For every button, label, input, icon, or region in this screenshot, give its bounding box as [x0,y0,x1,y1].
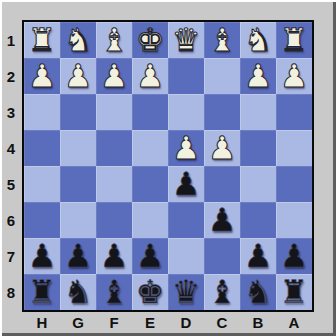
square-a3[interactable] [276,94,312,130]
square-e2[interactable]: ♟ [132,58,168,94]
square-c7[interactable] [204,238,240,274]
piece-black-queen[interactable]: ♛ [172,274,201,310]
square-a5[interactable] [276,166,312,202]
square-d3[interactable] [168,94,204,130]
square-h5[interactable] [24,166,60,202]
piece-black-rook[interactable]: ♜ [280,274,309,310]
square-a8[interactable]: ♜ [276,274,312,310]
square-h1[interactable]: ♜ [24,22,60,58]
file-label-a: A [276,311,312,333]
square-b5[interactable] [240,166,276,202]
piece-white-rook[interactable]: ♜ [28,22,57,58]
square-h2[interactable]: ♟ [24,58,60,94]
square-e4[interactable] [132,130,168,166]
piece-white-pawn[interactable]: ♟ [64,58,93,94]
square-a6[interactable] [276,202,312,238]
square-g7[interactable]: ♟ [60,238,96,274]
square-c3[interactable] [204,94,240,130]
square-g2[interactable]: ♟ [60,58,96,94]
square-b8[interactable]: ♞ [240,274,276,310]
file-label-e: E [132,311,168,333]
rank-label-6: 6 [0,202,22,238]
square-c4[interactable]: ♟ [204,130,240,166]
piece-black-pawn[interactable]: ♟ [280,238,309,274]
piece-white-bishop[interactable]: ♝ [100,22,129,58]
square-d1[interactable]: ♛ [168,22,204,58]
piece-black-bishop[interactable]: ♝ [208,274,237,310]
piece-white-knight[interactable]: ♞ [244,22,273,58]
rank-label-3: 3 [0,94,22,130]
square-g5[interactable] [60,166,96,202]
piece-black-rook[interactable]: ♜ [28,274,57,310]
piece-white-pawn[interactable]: ♟ [244,58,273,94]
piece-white-pawn[interactable]: ♟ [28,58,57,94]
square-c8[interactable]: ♝ [204,274,240,310]
square-g4[interactable] [60,130,96,166]
rank-label-1: 1 [0,22,22,58]
piece-black-pawn[interactable]: ♟ [64,238,93,274]
square-d6[interactable] [168,202,204,238]
square-h6[interactable] [24,202,60,238]
piece-white-pawn[interactable]: ♟ [280,58,309,94]
piece-black-pawn[interactable]: ♟ [172,166,201,202]
square-e6[interactable] [132,202,168,238]
square-a2[interactable]: ♟ [276,58,312,94]
chess-board[interactable]: ♜♞♝♚♛♝♞♜♟♟♟♟♟♟♟♟♟♟♟♟♟♟♟♟♜♞♝♚♛♝♞♜ [22,20,314,312]
file-label-b: B [240,311,276,333]
piece-white-pawn[interactable]: ♟ [136,58,165,94]
square-d7[interactable] [168,238,204,274]
square-g6[interactable] [60,202,96,238]
square-g3[interactable] [60,94,96,130]
square-f2[interactable]: ♟ [96,58,132,94]
square-h4[interactable] [24,130,60,166]
square-b6[interactable] [240,202,276,238]
square-c2[interactable] [204,58,240,94]
piece-black-knight[interactable]: ♞ [64,274,93,310]
file-label-f: F [96,311,132,333]
file-labels: HGFEDCBA [24,311,312,333]
square-f3[interactable] [96,94,132,130]
piece-white-pawn[interactable]: ♟ [172,130,201,166]
square-h8[interactable]: ♜ [24,274,60,310]
piece-black-bishop[interactable]: ♝ [100,274,129,310]
square-b2[interactable]: ♟ [240,58,276,94]
file-label-d: D [168,311,204,333]
file-label-g: G [60,311,96,333]
square-b7[interactable]: ♟ [240,238,276,274]
piece-white-rook[interactable]: ♜ [280,22,309,58]
square-f7[interactable]: ♟ [96,238,132,274]
file-label-c: C [204,311,240,333]
square-e8[interactable]: ♚ [132,274,168,310]
square-c6[interactable]: ♟ [204,202,240,238]
piece-white-bishop[interactable]: ♝ [208,22,237,58]
piece-black-pawn[interactable]: ♟ [136,238,165,274]
piece-black-knight[interactable]: ♞ [244,274,273,310]
square-c5[interactable] [204,166,240,202]
square-e1[interactable]: ♚ [132,22,168,58]
rank-labels: 12345678 [0,22,22,310]
piece-white-queen[interactable]: ♛ [172,22,201,58]
square-g8[interactable]: ♞ [60,274,96,310]
square-e3[interactable] [132,94,168,130]
piece-white-knight[interactable]: ♞ [64,22,93,58]
square-f8[interactable]: ♝ [96,274,132,310]
piece-white-king[interactable]: ♚ [136,22,165,58]
piece-black-pawn[interactable]: ♟ [244,238,273,274]
square-f5[interactable] [96,166,132,202]
rank-label-8: 8 [0,274,22,310]
square-f4[interactable] [96,130,132,166]
square-a1[interactable]: ♜ [276,22,312,58]
square-h3[interactable] [24,94,60,130]
square-e7[interactable]: ♟ [132,238,168,274]
piece-black-pawn[interactable]: ♟ [100,238,129,274]
square-b1[interactable]: ♞ [240,22,276,58]
square-c1[interactable]: ♝ [204,22,240,58]
rank-label-4: 4 [0,130,22,166]
piece-black-king[interactable]: ♚ [136,274,165,310]
square-d2[interactable] [168,58,204,94]
rank-label-7: 7 [0,238,22,274]
square-f1[interactable]: ♝ [96,22,132,58]
square-d8[interactable]: ♛ [168,274,204,310]
piece-white-pawn[interactable]: ♟ [100,58,129,94]
square-e5[interactable] [132,166,168,202]
square-d5[interactable]: ♟ [168,166,204,202]
piece-white-pawn[interactable]: ♟ [208,130,237,166]
square-h7[interactable]: ♟ [24,238,60,274]
square-g1[interactable]: ♞ [60,22,96,58]
square-d4[interactable]: ♟ [168,130,204,166]
square-b4[interactable] [240,130,276,166]
rank-label-5: 5 [0,166,22,202]
square-a4[interactable] [276,130,312,166]
piece-black-pawn[interactable]: ♟ [208,202,237,238]
rank-label-2: 2 [0,58,22,94]
square-b3[interactable] [240,94,276,130]
piece-black-pawn[interactable]: ♟ [28,238,57,274]
square-a7[interactable]: ♟ [276,238,312,274]
chess-widget-frame: 12345678 ♜♞♝♚♛♝♞♜♟♟♟♟♟♟♟♟♟♟♟♟♟♟♟♟♜♞♝♚♛♝♞… [0,0,336,336]
square-f6[interactable] [96,202,132,238]
file-label-h: H [24,311,60,333]
